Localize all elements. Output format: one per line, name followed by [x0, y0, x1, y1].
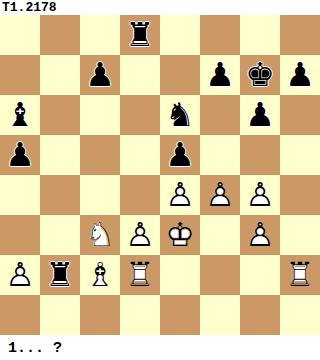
square-d8[interactable]: ♜ — [120, 15, 160, 55]
square-a2[interactable]: ♟♙ — [0, 255, 40, 295]
black-bishop: ♝ — [0, 95, 40, 135]
black-pawn: ♟ — [0, 135, 40, 175]
square-g5[interactable] — [240, 135, 280, 175]
chess-puzzle-page: T1.2178 ♜♟♟♚♟♝♞♟♟♟♟♙♟♙♟♙♞♘♟♙♚♔♟♙♟♙♜♝♗♜♖♜… — [0, 0, 320, 360]
square-g6[interactable]: ♟ — [240, 95, 280, 135]
square-b3[interactable] — [40, 215, 80, 255]
square-e8[interactable] — [160, 15, 200, 55]
square-f4[interactable]: ♟♙ — [200, 175, 240, 215]
square-b8[interactable] — [40, 15, 80, 55]
chess-board: ♜♟♟♚♟♝♞♟♟♟♟♙♟♙♟♙♞♘♟♙♚♔♟♙♟♙♜♝♗♜♖♜♖ — [0, 15, 320, 335]
square-f7[interactable]: ♟ — [200, 55, 240, 95]
white-rook: ♜♖ — [280, 255, 320, 295]
square-d7[interactable] — [120, 55, 160, 95]
square-d2[interactable]: ♜♖ — [120, 255, 160, 295]
white-pawn: ♟♙ — [0, 255, 40, 295]
square-e4[interactable]: ♟♙ — [160, 175, 200, 215]
black-pawn: ♟ — [240, 95, 280, 135]
white-pawn: ♟♙ — [120, 215, 160, 255]
square-a6[interactable]: ♝ — [0, 95, 40, 135]
square-b1[interactable] — [40, 295, 80, 335]
square-h6[interactable] — [280, 95, 320, 135]
move-prompt: 1... ? — [0, 340, 320, 357]
square-g8[interactable] — [240, 15, 280, 55]
square-c1[interactable] — [80, 295, 120, 335]
square-f3[interactable] — [200, 215, 240, 255]
square-c8[interactable] — [80, 15, 120, 55]
square-g2[interactable] — [240, 255, 280, 295]
square-c6[interactable] — [80, 95, 120, 135]
square-e7[interactable] — [160, 55, 200, 95]
square-f2[interactable] — [200, 255, 240, 295]
square-h7[interactable]: ♟ — [280, 55, 320, 95]
square-f1[interactable] — [200, 295, 240, 335]
white-bishop: ♝♗ — [80, 255, 120, 295]
square-h1[interactable] — [280, 295, 320, 335]
square-a3[interactable] — [0, 215, 40, 255]
square-f5[interactable] — [200, 135, 240, 175]
square-h2[interactable]: ♜♖ — [280, 255, 320, 295]
square-a7[interactable] — [0, 55, 40, 95]
black-king: ♚ — [240, 55, 280, 95]
square-h4[interactable] — [280, 175, 320, 215]
white-pawn: ♟♙ — [240, 175, 280, 215]
white-pawn: ♟♙ — [240, 215, 280, 255]
square-g3[interactable]: ♟♙ — [240, 215, 280, 255]
square-c5[interactable] — [80, 135, 120, 175]
square-d3[interactable]: ♟♙ — [120, 215, 160, 255]
square-d5[interactable] — [120, 135, 160, 175]
square-g7[interactable]: ♚ — [240, 55, 280, 95]
white-knight: ♞♘ — [80, 215, 120, 255]
square-f8[interactable] — [200, 15, 240, 55]
square-g4[interactable]: ♟♙ — [240, 175, 280, 215]
square-h8[interactable] — [280, 15, 320, 55]
black-knight: ♞ — [160, 95, 200, 135]
square-c4[interactable] — [80, 175, 120, 215]
square-c3[interactable]: ♞♘ — [80, 215, 120, 255]
square-b2[interactable]: ♜ — [40, 255, 80, 295]
white-pawn: ♟♙ — [160, 175, 200, 215]
square-b5[interactable] — [40, 135, 80, 175]
square-d6[interactable] — [120, 95, 160, 135]
square-b7[interactable] — [40, 55, 80, 95]
square-f6[interactable] — [200, 95, 240, 135]
white-king: ♚♔ — [160, 215, 200, 255]
square-d1[interactable] — [120, 295, 160, 335]
square-g1[interactable] — [240, 295, 280, 335]
black-pawn: ♟ — [80, 55, 120, 95]
square-h3[interactable] — [280, 215, 320, 255]
puzzle-id: T1.2178 — [0, 0, 320, 15]
white-pawn: ♟♙ — [200, 175, 240, 215]
black-rook: ♜ — [120, 15, 160, 55]
square-a8[interactable] — [0, 15, 40, 55]
square-e3[interactable]: ♚♔ — [160, 215, 200, 255]
black-pawn: ♟ — [280, 55, 320, 95]
square-d4[interactable] — [120, 175, 160, 215]
square-a1[interactable] — [0, 295, 40, 335]
square-e1[interactable] — [160, 295, 200, 335]
square-c7[interactable]: ♟ — [80, 55, 120, 95]
square-e6[interactable]: ♞ — [160, 95, 200, 135]
black-pawn: ♟ — [160, 135, 200, 175]
square-a4[interactable] — [0, 175, 40, 215]
white-rook: ♜♖ — [120, 255, 160, 295]
square-h5[interactable] — [280, 135, 320, 175]
square-b6[interactable] — [40, 95, 80, 135]
square-c2[interactable]: ♝♗ — [80, 255, 120, 295]
square-b4[interactable] — [40, 175, 80, 215]
square-e2[interactable] — [160, 255, 200, 295]
square-a5[interactable]: ♟ — [0, 135, 40, 175]
black-pawn: ♟ — [200, 55, 240, 95]
black-rook: ♜ — [40, 255, 80, 295]
square-e5[interactable]: ♟ — [160, 135, 200, 175]
